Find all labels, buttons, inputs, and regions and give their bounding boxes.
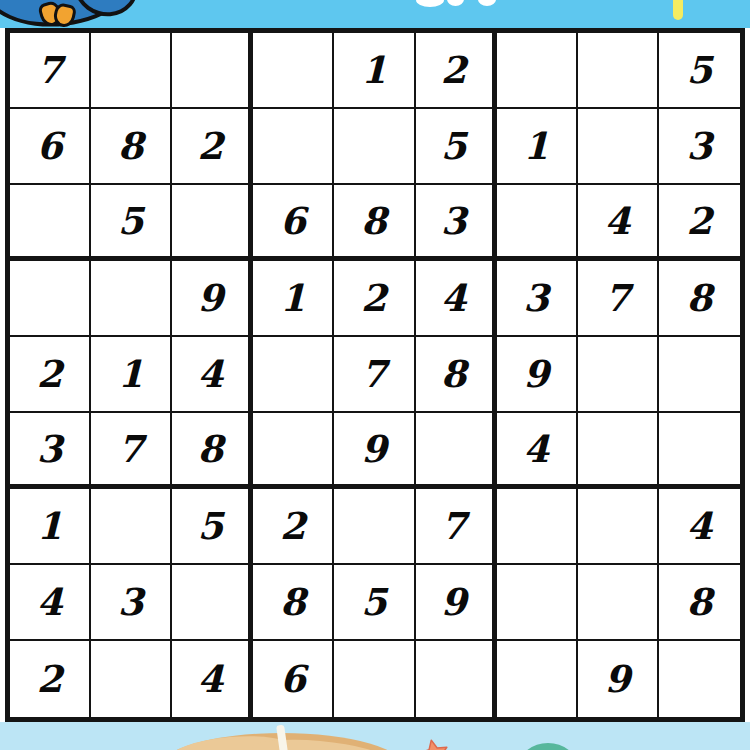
cell-r7c7[interactable] (497, 489, 578, 565)
cell-r1c3[interactable] (172, 33, 253, 109)
cell-r8c6[interactable]: 9 (416, 565, 497, 641)
cell-r6c9[interactable] (659, 413, 740, 489)
cell-r2c9[interactable]: 3 (659, 109, 740, 185)
cell-r5c5[interactable]: 7 (334, 337, 415, 413)
cell-r8c4[interactable]: 8 (253, 565, 334, 641)
cell-r5c7[interactable]: 9 (497, 337, 578, 413)
cell-r2c7[interactable]: 1 (497, 109, 578, 185)
cell-r6c8[interactable] (578, 413, 659, 489)
cell-r3c2[interactable]: 5 (91, 185, 172, 261)
cell-r4c8[interactable]: 7 (578, 261, 659, 337)
cell-r2c1[interactable]: 6 (10, 109, 91, 185)
cell-r9c2[interactable] (91, 641, 172, 717)
cell-r3c9[interactable]: 2 (659, 185, 740, 261)
cell-r9c1[interactable]: 2 (10, 641, 91, 717)
top-decoration-band (0, 0, 750, 28)
cell-r8c7[interactable] (497, 565, 578, 641)
cell-r5c3[interactable]: 4 (172, 337, 253, 413)
cell-r2c8[interactable] (578, 109, 659, 185)
cell-r9c7[interactable] (497, 641, 578, 717)
cell-r7c1[interactable]: 1 (10, 489, 91, 565)
cell-r4c3[interactable]: 9 (172, 261, 253, 337)
fishing-rod-icon (673, 0, 683, 20)
cell-r2c3[interactable]: 2 (172, 109, 253, 185)
cell-r3c4[interactable]: 6 (253, 185, 334, 261)
cell-r6c7[interactable]: 4 (497, 413, 578, 489)
starfish-icon (416, 735, 452, 750)
cell-r2c2[interactable]: 8 (91, 109, 172, 185)
cell-r5c6[interactable]: 8 (416, 337, 497, 413)
cell-r4c2[interactable] (91, 261, 172, 337)
cell-r3c3[interactable] (172, 185, 253, 261)
cell-r6c6[interactable] (416, 413, 497, 489)
cell-r8c8[interactable] (578, 565, 659, 641)
cell-r4c5[interactable]: 2 (334, 261, 415, 337)
cell-r7c9[interactable]: 4 (659, 489, 740, 565)
cell-r1c9[interactable]: 5 (659, 33, 740, 109)
cell-r6c4[interactable] (253, 413, 334, 489)
cell-r4c7[interactable]: 3 (497, 261, 578, 337)
cell-r1c7[interactable] (497, 33, 578, 109)
cell-r1c6[interactable]: 2 (416, 33, 497, 109)
cell-r3c7[interactable] (497, 185, 578, 261)
cell-r7c2[interactable] (91, 489, 172, 565)
cell-r1c5[interactable]: 1 (334, 33, 415, 109)
cell-r8c3[interactable] (172, 565, 253, 641)
cell-r4c1[interactable] (10, 261, 91, 337)
cloud-icon (447, 0, 464, 6)
cell-r6c1[interactable]: 3 (10, 413, 91, 489)
cell-r4c6[interactable]: 4 (416, 261, 497, 337)
cell-r5c2[interactable]: 1 (91, 337, 172, 413)
bottom-decoration-band (0, 722, 750, 750)
cell-r3c8[interactable]: 4 (578, 185, 659, 261)
cell-r7c8[interactable] (578, 489, 659, 565)
sudoku-grid: 7125682513568342912437821478937894152744… (5, 28, 745, 722)
cell-r5c4[interactable] (253, 337, 334, 413)
cell-r7c6[interactable]: 7 (416, 489, 497, 565)
sudoku-page: 7125682513568342912437821478937894152744… (0, 0, 750, 750)
cell-r3c1[interactable] (10, 185, 91, 261)
cell-r7c5[interactable] (334, 489, 415, 565)
cell-r4c9[interactable]: 8 (659, 261, 740, 337)
cell-r8c5[interactable]: 5 (334, 565, 415, 641)
cell-r9c6[interactable] (416, 641, 497, 717)
cell-r9c3[interactable]: 4 (172, 641, 253, 717)
cloud-icon (416, 0, 444, 7)
cell-r5c8[interactable] (578, 337, 659, 413)
cell-r9c4[interactable]: 6 (253, 641, 334, 717)
cell-r1c1[interactable]: 7 (10, 33, 91, 109)
cell-r7c3[interactable]: 5 (172, 489, 253, 565)
cell-r1c4[interactable] (253, 33, 334, 109)
cell-r1c8[interactable] (578, 33, 659, 109)
cell-r2c6[interactable]: 5 (416, 109, 497, 185)
cell-r8c1[interactable]: 4 (10, 565, 91, 641)
cell-r7c4[interactable]: 2 (253, 489, 334, 565)
cell-r6c3[interactable]: 8 (172, 413, 253, 489)
cell-r3c6[interactable]: 3 (416, 185, 497, 261)
cell-r2c5[interactable] (334, 109, 415, 185)
cell-r9c5[interactable] (334, 641, 415, 717)
cell-r5c1[interactable]: 2 (10, 337, 91, 413)
cell-r8c2[interactable]: 3 (91, 565, 172, 641)
cell-r2c4[interactable] (253, 109, 334, 185)
cell-r9c8[interactable]: 9 (578, 641, 659, 717)
cell-r3c5[interactable]: 8 (334, 185, 415, 261)
cloud-icon (478, 0, 496, 6)
cell-r8c9[interactable]: 8 (659, 565, 740, 641)
cell-r4c4[interactable]: 1 (253, 261, 334, 337)
cell-r6c2[interactable]: 7 (91, 413, 172, 489)
cell-r1c2[interactable] (91, 33, 172, 109)
cell-r5c9[interactable] (659, 337, 740, 413)
swim-ring-icon (514, 743, 582, 750)
cell-r6c5[interactable]: 9 (334, 413, 415, 489)
